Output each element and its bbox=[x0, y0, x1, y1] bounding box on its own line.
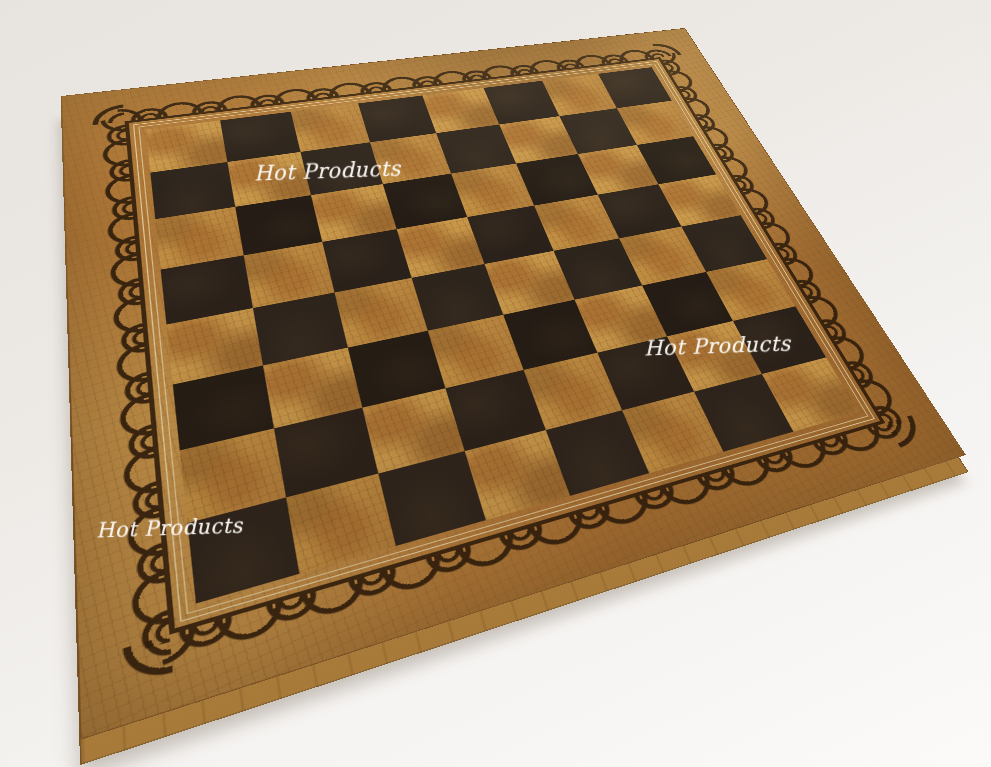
watermark: Hot Products bbox=[644, 331, 792, 360]
board-map-texture-margin bbox=[61, 28, 966, 740]
watermark: Hot Products bbox=[254, 156, 402, 185]
chess-board bbox=[61, 28, 966, 740]
watermark: Hot Products bbox=[96, 513, 244, 542]
photo-background: Hot Products Hot Products Hot Products bbox=[0, 0, 991, 767]
